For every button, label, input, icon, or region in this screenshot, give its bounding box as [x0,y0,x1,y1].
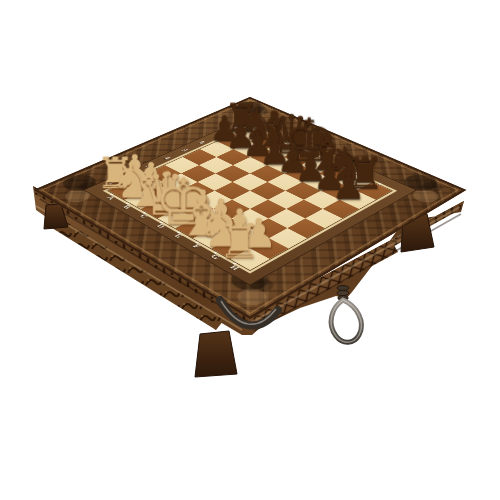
box-hardware [0,0,500,500]
product-photo-scene: ♜♞♝♛♚♝♞♜♟♟♟♟♟♟♟♟♟♟♟♟♟♟♟♟♜♞♝♛♚♝♞♜ ABCDEFG… [0,0,500,500]
ring-handle[interactable] [331,286,361,343]
